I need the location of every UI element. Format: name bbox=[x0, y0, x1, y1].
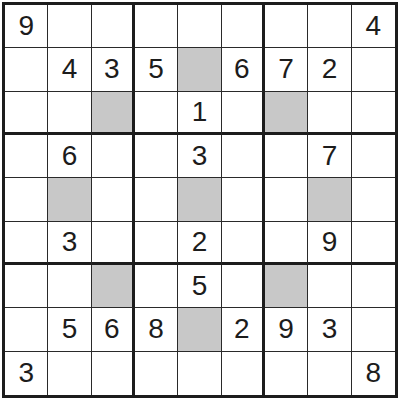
given-cell-r9c9: 8 bbox=[352, 352, 395, 395]
given-cell-r6c8: 9 bbox=[308, 222, 351, 265]
empty-cell-r7c6[interactable] bbox=[222, 265, 265, 308]
empty-cell-r6c9[interactable] bbox=[352, 222, 395, 265]
shaded-cell-r8c5[interactable] bbox=[178, 308, 221, 351]
shaded-cell-r5c5[interactable] bbox=[178, 178, 221, 221]
empty-cell-r7c9[interactable] bbox=[352, 265, 395, 308]
empty-cell-r9c4[interactable] bbox=[135, 352, 178, 395]
given-cell-r7c5: 5 bbox=[178, 265, 221, 308]
given-cell-r6c5: 2 bbox=[178, 222, 221, 265]
empty-cell-r3c9[interactable] bbox=[352, 92, 395, 135]
empty-cell-r5c9[interactable] bbox=[352, 178, 395, 221]
empty-cell-r1c3[interactable] bbox=[92, 5, 135, 48]
given-cell-r1c1: 9 bbox=[5, 5, 48, 48]
given-cell-r2c3: 3 bbox=[92, 48, 135, 91]
empty-cell-r1c8[interactable] bbox=[308, 5, 351, 48]
empty-cell-r9c7[interactable] bbox=[265, 352, 308, 395]
empty-cell-r4c9[interactable] bbox=[352, 135, 395, 178]
empty-cell-r1c2[interactable] bbox=[48, 5, 91, 48]
empty-cell-r2c1[interactable] bbox=[5, 48, 48, 91]
given-cell-r4c8: 7 bbox=[308, 135, 351, 178]
shaded-cell-r2c5[interactable] bbox=[178, 48, 221, 91]
empty-cell-r9c6[interactable] bbox=[222, 352, 265, 395]
empty-cell-r6c4[interactable] bbox=[135, 222, 178, 265]
empty-cell-r1c4[interactable] bbox=[135, 5, 178, 48]
empty-cell-r5c1[interactable] bbox=[5, 178, 48, 221]
given-cell-r3c5: 1 bbox=[178, 92, 221, 135]
given-cell-r4c2: 6 bbox=[48, 135, 91, 178]
empty-cell-r6c6[interactable] bbox=[222, 222, 265, 265]
empty-cell-r8c1[interactable] bbox=[5, 308, 48, 351]
empty-cell-r9c3[interactable] bbox=[92, 352, 135, 395]
empty-cell-r3c2[interactable] bbox=[48, 92, 91, 135]
given-cell-r9c1: 3 bbox=[5, 352, 48, 395]
given-cell-r2c8: 2 bbox=[308, 48, 351, 91]
shaded-cell-r5c8[interactable] bbox=[308, 178, 351, 221]
shaded-cell-r5c2[interactable] bbox=[48, 178, 91, 221]
shaded-cell-r7c7[interactable] bbox=[265, 265, 308, 308]
empty-cell-r4c4[interactable] bbox=[135, 135, 178, 178]
given-cell-r4c5: 3 bbox=[178, 135, 221, 178]
empty-cell-r2c9[interactable] bbox=[352, 48, 395, 91]
empty-cell-r7c1[interactable] bbox=[5, 265, 48, 308]
given-cell-r2c2: 4 bbox=[48, 48, 91, 91]
sudoku-board: 944356721637329556829338 bbox=[2, 2, 398, 398]
empty-cell-r1c6[interactable] bbox=[222, 5, 265, 48]
empty-cell-r8c9[interactable] bbox=[352, 308, 395, 351]
empty-cell-r4c6[interactable] bbox=[222, 135, 265, 178]
given-cell-r2c7: 7 bbox=[265, 48, 308, 91]
empty-cell-r4c1[interactable] bbox=[5, 135, 48, 178]
empty-cell-r7c8[interactable] bbox=[308, 265, 351, 308]
empty-cell-r1c7[interactable] bbox=[265, 5, 308, 48]
given-cell-r2c6: 6 bbox=[222, 48, 265, 91]
shaded-cell-r7c3[interactable] bbox=[92, 265, 135, 308]
empty-cell-r9c8[interactable] bbox=[308, 352, 351, 395]
given-cell-r8c6: 2 bbox=[222, 308, 265, 351]
empty-cell-r5c7[interactable] bbox=[265, 178, 308, 221]
given-cell-r8c3: 6 bbox=[92, 308, 135, 351]
empty-cell-r7c2[interactable] bbox=[48, 265, 91, 308]
empty-cell-r9c2[interactable] bbox=[48, 352, 91, 395]
given-cell-r2c4: 5 bbox=[135, 48, 178, 91]
empty-cell-r1c5[interactable] bbox=[178, 5, 221, 48]
empty-cell-r5c6[interactable] bbox=[222, 178, 265, 221]
empty-cell-r7c4[interactable] bbox=[135, 265, 178, 308]
empty-cell-r6c3[interactable] bbox=[92, 222, 135, 265]
shaded-cell-r3c3[interactable] bbox=[92, 92, 135, 135]
shaded-cell-r3c7[interactable] bbox=[265, 92, 308, 135]
empty-cell-r6c1[interactable] bbox=[5, 222, 48, 265]
empty-cell-r4c3[interactable] bbox=[92, 135, 135, 178]
empty-cell-r5c3[interactable] bbox=[92, 178, 135, 221]
given-cell-r6c2: 3 bbox=[48, 222, 91, 265]
given-cell-r8c2: 5 bbox=[48, 308, 91, 351]
empty-cell-r3c1[interactable] bbox=[5, 92, 48, 135]
given-cell-r8c4: 8 bbox=[135, 308, 178, 351]
empty-cell-r3c8[interactable] bbox=[308, 92, 351, 135]
empty-cell-r9c5[interactable] bbox=[178, 352, 221, 395]
given-cell-r8c8: 3 bbox=[308, 308, 351, 351]
empty-cell-r3c4[interactable] bbox=[135, 92, 178, 135]
empty-cell-r5c4[interactable] bbox=[135, 178, 178, 221]
given-cell-r8c7: 9 bbox=[265, 308, 308, 351]
empty-cell-r6c7[interactable] bbox=[265, 222, 308, 265]
given-cell-r1c9: 4 bbox=[352, 5, 395, 48]
empty-cell-r3c6[interactable] bbox=[222, 92, 265, 135]
sudoku-page: 944356721637329556829338 bbox=[0, 0, 400, 400]
empty-cell-r4c7[interactable] bbox=[265, 135, 308, 178]
